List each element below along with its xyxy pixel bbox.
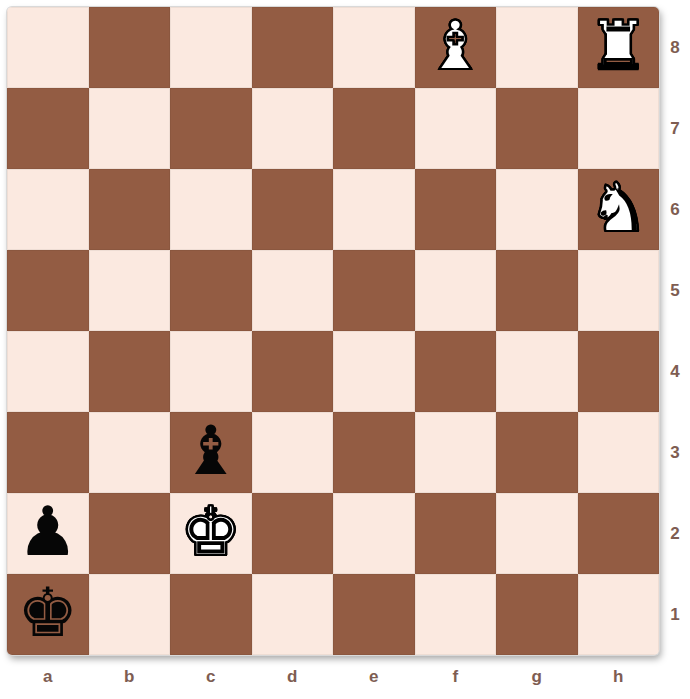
square-e8[interactable]	[333, 7, 415, 88]
white-bishop-icon[interactable]: ♝	[425, 12, 486, 80]
square-h8[interactable]: ♜	[578, 7, 660, 88]
square-e5[interactable]	[333, 250, 415, 331]
square-e3[interactable]	[333, 412, 415, 493]
square-a1[interactable]: ♚	[7, 574, 89, 655]
square-h1[interactable]	[578, 574, 660, 655]
square-d5[interactable]	[252, 250, 334, 331]
file-label-e: e	[333, 655, 415, 699]
rank-label-8: 8	[660, 7, 690, 88]
square-g1[interactable]	[496, 574, 578, 655]
square-a8[interactable]	[7, 7, 89, 88]
square-c8[interactable]	[170, 7, 252, 88]
white-king-icon[interactable]: ♚	[180, 498, 241, 566]
square-f8[interactable]: ♝	[415, 7, 497, 88]
file-label-b: b	[89, 655, 171, 699]
file-label-g: g	[496, 655, 578, 699]
square-e2[interactable]	[333, 493, 415, 574]
square-f7[interactable]	[415, 88, 497, 169]
square-f3[interactable]	[415, 412, 497, 493]
square-b7[interactable]	[89, 88, 171, 169]
square-b5[interactable]	[89, 250, 171, 331]
square-b8[interactable]	[89, 7, 171, 88]
square-g5[interactable]	[496, 250, 578, 331]
file-labels: abcdefgh	[7, 655, 659, 699]
rank-label-2: 2	[660, 493, 690, 574]
square-e4[interactable]	[333, 331, 415, 412]
square-h7[interactable]	[578, 88, 660, 169]
square-d7[interactable]	[252, 88, 334, 169]
square-b1[interactable]	[89, 574, 171, 655]
square-g8[interactable]	[496, 7, 578, 88]
square-c2[interactable]: ♚	[170, 493, 252, 574]
square-a3[interactable]	[7, 412, 89, 493]
square-e1[interactable]	[333, 574, 415, 655]
rank-label-1: 1	[660, 574, 690, 655]
square-c1[interactable]	[170, 574, 252, 655]
rank-label-7: 7	[660, 88, 690, 169]
square-a4[interactable]	[7, 331, 89, 412]
square-g6[interactable]	[496, 169, 578, 250]
square-f4[interactable]	[415, 331, 497, 412]
square-c3[interactable]: ♝	[170, 412, 252, 493]
square-d4[interactable]	[252, 331, 334, 412]
square-a6[interactable]	[7, 169, 89, 250]
square-g3[interactable]	[496, 412, 578, 493]
chess-board: ♝♜♞♝♟♚♚	[7, 7, 659, 655]
square-d2[interactable]	[252, 493, 334, 574]
square-d3[interactable]	[252, 412, 334, 493]
square-d6[interactable]	[252, 169, 334, 250]
square-e7[interactable]	[333, 88, 415, 169]
square-b3[interactable]	[89, 412, 171, 493]
square-d1[interactable]	[252, 574, 334, 655]
square-b2[interactable]	[89, 493, 171, 574]
white-knight-icon[interactable]: ♞	[588, 174, 649, 242]
square-b4[interactable]	[89, 331, 171, 412]
square-f2[interactable]	[415, 493, 497, 574]
square-c6[interactable]	[170, 169, 252, 250]
black-king-icon[interactable]: ♚	[17, 579, 78, 647]
square-h5[interactable]	[578, 250, 660, 331]
file-label-h: h	[578, 655, 660, 699]
file-label-c: c	[170, 655, 252, 699]
square-h2[interactable]	[578, 493, 660, 574]
square-a2[interactable]: ♟	[7, 493, 89, 574]
square-g2[interactable]	[496, 493, 578, 574]
rank-label-4: 4	[660, 331, 690, 412]
rank-label-3: 3	[660, 412, 690, 493]
square-h3[interactable]	[578, 412, 660, 493]
square-c7[interactable]	[170, 88, 252, 169]
square-c5[interactable]	[170, 250, 252, 331]
file-label-f: f	[415, 655, 497, 699]
rank-label-6: 6	[660, 169, 690, 250]
file-label-d: d	[252, 655, 334, 699]
square-h6[interactable]: ♞	[578, 169, 660, 250]
square-a5[interactable]	[7, 250, 89, 331]
square-h4[interactable]	[578, 331, 660, 412]
square-b6[interactable]	[89, 169, 171, 250]
black-bishop-icon[interactable]: ♝	[180, 417, 241, 485]
square-g4[interactable]	[496, 331, 578, 412]
square-c4[interactable]	[170, 331, 252, 412]
square-d8[interactable]	[252, 7, 334, 88]
file-label-a: a	[7, 655, 89, 699]
rank-labels: 87654321	[660, 7, 690, 655]
square-f1[interactable]	[415, 574, 497, 655]
rank-label-5: 5	[660, 250, 690, 331]
square-a7[interactable]	[7, 88, 89, 169]
black-pawn-icon[interactable]: ♟	[17, 498, 78, 566]
square-f6[interactable]	[415, 169, 497, 250]
white-rook-icon[interactable]: ♜	[588, 12, 649, 80]
square-e6[interactable]	[333, 169, 415, 250]
square-f5[interactable]	[415, 250, 497, 331]
square-g7[interactable]	[496, 88, 578, 169]
